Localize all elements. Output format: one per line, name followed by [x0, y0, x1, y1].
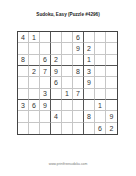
cell-r7c5 [62, 100, 73, 111]
cell-r8c6 [73, 111, 84, 122]
cell-r3c5 [62, 55, 73, 66]
cell-r7c2: 6 [29, 100, 40, 111]
page-title: Sudoku, Easy (Puzzle #4296) [29, 12, 108, 17]
cell-r1c1: 4 [18, 32, 29, 43]
cell-r5c9 [106, 77, 117, 88]
cell-r5c6 [73, 77, 84, 88]
cell-r3c1: 8 [18, 55, 29, 66]
cell-r1c9 [106, 32, 117, 43]
cell-r9c2 [29, 123, 40, 134]
cell-r4c9 [106, 66, 117, 77]
cell-r5c5 [62, 77, 73, 88]
cell-r9c9: 2 [106, 123, 117, 134]
cell-r4c6: 8 [73, 66, 84, 77]
cell-r5c4: 6 [51, 77, 62, 88]
cell-r8c2 [29, 111, 40, 122]
cell-r6c7 [84, 89, 95, 100]
cell-r4c7: 3 [84, 66, 95, 77]
cell-r2c6: 9 [73, 43, 84, 54]
cell-r9c8: 6 [95, 123, 106, 134]
cell-r3c7: 1 [84, 55, 95, 66]
cell-r2c7: 2 [84, 43, 95, 54]
cell-r1c8 [95, 32, 106, 43]
cell-r8c3 [40, 111, 51, 122]
cell-r7c4 [51, 100, 62, 111]
cell-r3c8 [95, 55, 106, 66]
cell-r1c2: 1 [29, 32, 40, 43]
cell-r6c1 [18, 89, 29, 100]
cell-r4c4: 9 [51, 66, 62, 77]
cell-r9c4 [51, 123, 62, 134]
cell-r2c8 [95, 43, 106, 54]
cell-r8c9: 9 [106, 111, 117, 122]
cell-r8c4: 4 [51, 111, 62, 122]
cell-r3c2 [29, 55, 40, 66]
footer-url: www.printfreesudoku.com [35, 162, 100, 165]
cell-r8c5 [62, 111, 73, 122]
cell-r7c7 [84, 100, 95, 111]
cell-r2c3 [40, 43, 51, 54]
cell-r2c5 [62, 43, 73, 54]
cell-r3c4: 2 [51, 55, 62, 66]
cell-r6c3: 3 [40, 89, 51, 100]
cell-r4c8 [95, 66, 106, 77]
cell-r1c3 [40, 32, 51, 43]
cell-r9c1 [18, 123, 29, 134]
cell-r7c1: 3 [18, 100, 29, 111]
cell-r5c1 [18, 77, 29, 88]
cell-r1c4 [51, 32, 62, 43]
cell-r8c7: 8 [84, 111, 95, 122]
cell-r9c6 [73, 123, 84, 134]
cell-r5c8 [95, 77, 106, 88]
cell-r6c9 [106, 89, 117, 100]
cell-r9c3 [40, 123, 51, 134]
cell-r3c9 [106, 55, 117, 66]
cell-r9c5 [62, 123, 73, 134]
cell-r4c3: 7 [40, 66, 51, 77]
cell-r8c8 [95, 111, 106, 122]
cell-r5c2 [29, 77, 40, 88]
cell-r2c1 [18, 43, 29, 54]
cell-r7c8: 1 [95, 100, 106, 111]
cell-r3c3: 6 [40, 55, 51, 66]
cell-r1c6: 6 [73, 32, 84, 43]
cell-r8c1 [18, 111, 29, 122]
cell-r4c2: 2 [29, 66, 40, 77]
cell-r4c5 [62, 66, 73, 77]
cell-r6c5: 1 [62, 89, 73, 100]
cell-r1c5 [62, 32, 73, 43]
cell-r6c4 [51, 89, 62, 100]
cell-r1c7 [84, 32, 95, 43]
cell-r5c7: 9 [84, 77, 95, 88]
cell-r7c9 [106, 100, 117, 111]
cell-r3c6 [73, 55, 84, 66]
cell-r6c6: 7 [73, 89, 84, 100]
cell-r4c1 [18, 66, 29, 77]
cell-r2c4 [51, 43, 62, 54]
cell-r2c9 [106, 43, 117, 54]
cell-r2c2 [29, 43, 40, 54]
sudoku-board: 4169286212798369317369148962 [17, 31, 118, 135]
cell-r5c3 [40, 77, 51, 88]
cell-r7c3: 9 [40, 100, 51, 111]
cell-r6c8 [95, 89, 106, 100]
cell-r7c6 [73, 100, 84, 111]
cell-r6c2 [29, 89, 40, 100]
cell-r9c7 [84, 123, 95, 134]
